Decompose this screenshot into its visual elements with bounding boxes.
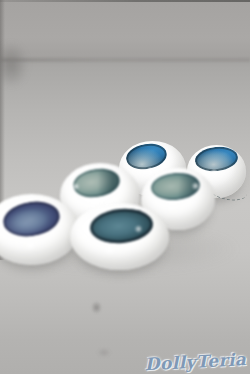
- wall-surface-seam: [0, 58, 250, 62]
- photo-canvas: DollyTeria: [0, 0, 250, 374]
- wall-top-edge: [0, 0, 250, 2]
- doll-eye-front-center: [70, 203, 169, 270]
- specular-highlight: [72, 183, 80, 190]
- watermark-logo: DollyTeria: [144, 349, 247, 374]
- surface-speck: [91, 301, 102, 314]
- specular-highlight: [24, 240, 37, 250]
- specular-highlight: [102, 243, 117, 255]
- doll-eye-front-left: [0, 194, 79, 265]
- specular-highlight: [134, 225, 143, 233]
- wall-smudge: [0, 42, 28, 88]
- surface-speck: [97, 348, 111, 357]
- specular-highlight: [191, 182, 200, 190]
